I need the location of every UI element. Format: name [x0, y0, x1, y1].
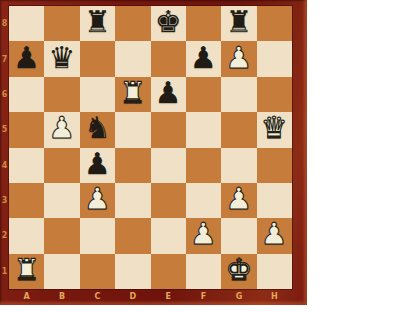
- square-g6[interactable]: [221, 77, 256, 112]
- board-grid: ♜♚♜♟♛♟♟♜♟♟♞♛♟♟♟♟♟♜♚: [9, 6, 292, 289]
- rank-label-5: 5: [0, 112, 9, 147]
- square-h8[interactable]: [257, 6, 292, 41]
- file-label-e: E: [151, 289, 186, 305]
- square-h2[interactable]: ♟: [257, 218, 292, 253]
- square-d1[interactable]: [115, 254, 150, 289]
- square-d6[interactable]: ♜: [115, 77, 150, 112]
- rank-label-6: 6: [0, 77, 9, 112]
- square-b7[interactable]: ♛: [44, 41, 79, 76]
- piece-black-king[interactable]: ♚: [155, 7, 182, 37]
- rank-label-1: 1: [0, 254, 9, 289]
- square-c1[interactable]: [80, 254, 115, 289]
- rank-labels: 87654321: [0, 6, 9, 289]
- square-a4[interactable]: [9, 148, 44, 183]
- square-a2[interactable]: [9, 218, 44, 253]
- square-e8[interactable]: ♚: [151, 6, 186, 41]
- square-f6[interactable]: [186, 77, 221, 112]
- square-g2[interactable]: [221, 218, 256, 253]
- file-label-h: H: [257, 289, 292, 305]
- piece-white-pawn[interactable]: ♟: [261, 219, 288, 249]
- piece-black-rook[interactable]: ♜: [225, 7, 252, 37]
- square-b5[interactable]: ♟: [44, 112, 79, 147]
- square-g3[interactable]: ♟: [221, 183, 256, 218]
- square-e1[interactable]: [151, 254, 186, 289]
- square-e6[interactable]: ♟: [151, 77, 186, 112]
- rank-label-8: 8: [0, 6, 9, 41]
- square-a7[interactable]: ♟: [9, 41, 44, 76]
- file-label-f: F: [186, 289, 221, 305]
- square-c3[interactable]: ♟: [80, 183, 115, 218]
- square-f7[interactable]: ♟: [186, 41, 221, 76]
- piece-black-queen[interactable]: ♛: [49, 43, 76, 73]
- piece-white-rook[interactable]: ♜: [119, 78, 146, 108]
- square-g7[interactable]: ♟: [221, 41, 256, 76]
- piece-white-queen[interactable]: ♛: [261, 113, 288, 143]
- rank-label-3: 3: [0, 183, 9, 218]
- square-a6[interactable]: [9, 77, 44, 112]
- square-h7[interactable]: [257, 41, 292, 76]
- piece-white-pawn[interactable]: ♟: [225, 43, 252, 73]
- piece-black-pawn[interactable]: ♟: [84, 149, 111, 179]
- piece-black-pawn[interactable]: ♟: [13, 43, 40, 73]
- square-f4[interactable]: [186, 148, 221, 183]
- file-label-g: G: [221, 289, 256, 305]
- square-h1[interactable]: [257, 254, 292, 289]
- square-c8[interactable]: ♜: [80, 6, 115, 41]
- piece-white-rook[interactable]: ♜: [13, 255, 40, 285]
- square-a1[interactable]: ♜: [9, 254, 44, 289]
- file-label-b: B: [44, 289, 79, 305]
- file-labels: ABCDEFGH: [9, 289, 292, 305]
- square-d5[interactable]: [115, 112, 150, 147]
- piece-white-pawn[interactable]: ♟: [190, 219, 217, 249]
- piece-white-pawn[interactable]: ♟: [84, 184, 111, 214]
- square-h4[interactable]: [257, 148, 292, 183]
- square-d7[interactable]: [115, 41, 150, 76]
- piece-black-knight[interactable]: ♞: [84, 113, 111, 143]
- square-b6[interactable]: [44, 77, 79, 112]
- square-g8[interactable]: ♜: [221, 6, 256, 41]
- rank-label-2: 2: [0, 218, 9, 253]
- square-b2[interactable]: [44, 218, 79, 253]
- square-e5[interactable]: [151, 112, 186, 147]
- rank-label-4: 4: [0, 148, 9, 183]
- square-f8[interactable]: [186, 6, 221, 41]
- square-d8[interactable]: [115, 6, 150, 41]
- square-h6[interactable]: [257, 77, 292, 112]
- square-f5[interactable]: [186, 112, 221, 147]
- square-e3[interactable]: [151, 183, 186, 218]
- piece-white-pawn[interactable]: ♟: [49, 113, 76, 143]
- square-d2[interactable]: [115, 218, 150, 253]
- square-g5[interactable]: [221, 112, 256, 147]
- square-c7[interactable]: [80, 41, 115, 76]
- square-h3[interactable]: [257, 183, 292, 218]
- square-e4[interactable]: [151, 148, 186, 183]
- square-e2[interactable]: [151, 218, 186, 253]
- square-c5[interactable]: ♞: [80, 112, 115, 147]
- file-label-a: A: [9, 289, 44, 305]
- piece-white-pawn[interactable]: ♟: [225, 184, 252, 214]
- square-b3[interactable]: [44, 183, 79, 218]
- square-c2[interactable]: [80, 218, 115, 253]
- square-d3[interactable]: [115, 183, 150, 218]
- square-f2[interactable]: ♟: [186, 218, 221, 253]
- square-f1[interactable]: [186, 254, 221, 289]
- square-f3[interactable]: [186, 183, 221, 218]
- square-a5[interactable]: [9, 112, 44, 147]
- piece-black-rook[interactable]: ♜: [84, 7, 111, 37]
- square-a8[interactable]: [9, 6, 44, 41]
- file-label-c: C: [80, 289, 115, 305]
- square-e7[interactable]: [151, 41, 186, 76]
- square-b1[interactable]: [44, 254, 79, 289]
- file-label-d: D: [115, 289, 150, 305]
- square-b4[interactable]: [44, 148, 79, 183]
- square-g1[interactable]: ♚: [221, 254, 256, 289]
- square-c4[interactable]: ♟: [80, 148, 115, 183]
- square-h5[interactable]: ♛: [257, 112, 292, 147]
- square-g4[interactable]: [221, 148, 256, 183]
- piece-black-pawn[interactable]: ♟: [190, 43, 217, 73]
- chess-board-frame: 87654321 ♜♚♜♟♛♟♟♜♟♟♞♛♟♟♟♟♟♜♚ ABCDEFGH: [0, 0, 307, 305]
- square-d4[interactable]: [115, 148, 150, 183]
- square-a3[interactable]: [9, 183, 44, 218]
- piece-black-pawn[interactable]: ♟: [155, 78, 182, 108]
- square-b8[interactable]: [44, 6, 79, 41]
- piece-white-king[interactable]: ♚: [225, 255, 252, 285]
- rank-label-7: 7: [0, 41, 9, 76]
- square-c6[interactable]: [80, 77, 115, 112]
